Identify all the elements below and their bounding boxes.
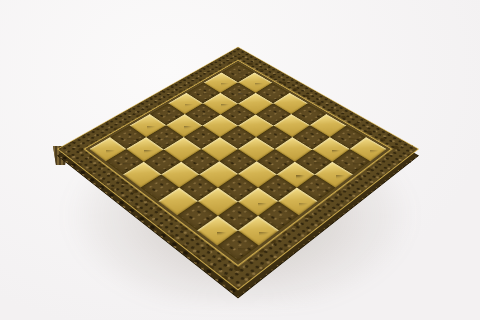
silver-pawn-icon: ♟ (176, 111, 191, 127)
silver-pawn-icon: ♟ (248, 69, 262, 84)
silver-pawn-icon: ♟ (195, 100, 210, 116)
silver-pawn-icon: ♟ (116, 147, 132, 164)
gold-rook-icon: ♜ (222, 215, 254, 250)
silver-pawn-icon: ♟ (213, 90, 227, 106)
silver-bishop-icon: ♝ (136, 103, 159, 128)
silver-pawn-icon: ♟ (157, 123, 172, 140)
silver-pawn-icon: ♟ (231, 79, 245, 95)
silver-pawn-icon: ♟ (136, 135, 151, 152)
gold-pawn-icon: ♟ (250, 187, 266, 205)
